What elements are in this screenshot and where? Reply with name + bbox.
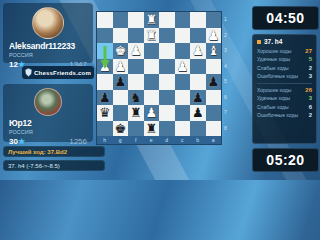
- square-g4[interactable]: ♟: [113, 59, 129, 75]
- stat-value: 2: [309, 65, 312, 71]
- square-c3[interactable]: [175, 43, 191, 59]
- move-quality-icon: [257, 40, 261, 44]
- square-h3[interactable]: [97, 43, 113, 59]
- stat-value: 3: [309, 95, 312, 101]
- white-pawn-h4[interactable]: ♟: [97, 59, 113, 75]
- square-h1[interactable]: [97, 12, 113, 28]
- board-squares: ♜♜♟♚♟♟♝♟♟♟♟♟♟♞♟♛♜♟♟♚♜: [97, 12, 221, 136]
- stat-value: 5: [309, 56, 312, 62]
- square-a6[interactable]: [206, 90, 222, 106]
- square-c8[interactable]: [175, 121, 191, 137]
- avatar-top[interactable]: [32, 7, 64, 39]
- square-a1[interactable]: [206, 12, 222, 28]
- stat-row: Ошибочные ходы2: [257, 112, 312, 118]
- square-b1[interactable]: [190, 12, 206, 28]
- player-rating-bottom: 1256: [69, 137, 87, 146]
- rank-label-8: 8: [221, 121, 230, 137]
- black-pawn-b6[interactable]: ♟: [190, 90, 206, 106]
- rank-label-5: 5: [221, 74, 230, 90]
- stat-row: Слабые ходы2: [257, 65, 312, 71]
- black-king-g8[interactable]: ♚: [113, 121, 129, 137]
- player-country-top: РОССИЯ: [9, 52, 87, 58]
- square-c7[interactable]: [175, 105, 191, 121]
- file-label-g: g: [113, 136, 129, 144]
- stats-divider: [257, 83, 312, 84]
- square-g7[interactable]: [113, 105, 129, 121]
- site-logo[interactable]: ChessFriends.com: [22, 66, 94, 79]
- avatar-bottom[interactable]: [34, 88, 62, 116]
- square-h8[interactable]: [97, 121, 113, 137]
- move-header-label: 37. h4: [264, 38, 282, 45]
- white-pawn-g4[interactable]: ♟: [113, 59, 129, 75]
- square-d8[interactable]: [159, 121, 175, 137]
- white-pawn-a2[interactable]: ♟: [206, 28, 222, 44]
- square-g8[interactable]: ♚: [113, 121, 129, 137]
- black-knight-f6[interactable]: ♞: [128, 90, 144, 106]
- white-rook-e2[interactable]: ♜: [144, 28, 160, 44]
- rank-label-3: 3: [221, 43, 230, 59]
- black-queen-h7[interactable]: ♛: [97, 105, 113, 121]
- white-pawn-f3[interactable]: ♟: [128, 43, 144, 59]
- white-king-g3[interactable]: ♚: [113, 43, 129, 59]
- square-d3[interactable]: [159, 43, 175, 59]
- rank-label-4: 4: [221, 59, 230, 75]
- square-a8[interactable]: [206, 121, 222, 137]
- stat-label: Удачные ходы: [257, 95, 290, 101]
- player-stars-bottom: 30★: [9, 137, 25, 146]
- black-pawn-g5[interactable]: ♟: [113, 74, 129, 90]
- stat-value: 27: [305, 48, 312, 54]
- stat-row: Хорошие ходы27: [257, 48, 312, 54]
- square-e7[interactable]: ♟: [144, 105, 160, 121]
- stat-row: Удачные ходы3: [257, 95, 312, 101]
- eval-box: 37. h4 (-7.56->-8.5): [3, 160, 105, 171]
- rank-label-7: 7: [221, 105, 230, 121]
- square-c6[interactable]: [175, 90, 191, 106]
- square-g2[interactable]: [113, 28, 129, 44]
- stat-label: Слабые ходы: [257, 104, 289, 110]
- stat-row: Слабые ходы6: [257, 104, 312, 110]
- square-b4[interactable]: [190, 59, 206, 75]
- clock-bottom: 05:20: [252, 148, 319, 172]
- square-g5[interactable]: ♟: [113, 74, 129, 90]
- analysis-panel: 37. h4 Хорошие ходы27Удачные ходы5Слабые…: [252, 34, 317, 144]
- stat-label: Удачные ходы: [257, 56, 290, 62]
- file-label-d: d: [159, 136, 175, 144]
- square-b2[interactable]: [190, 28, 206, 44]
- square-d1[interactable]: [159, 12, 175, 28]
- stat-label: Слабые ходы: [257, 65, 289, 71]
- black-pawn-a5[interactable]: ♟: [206, 74, 222, 90]
- square-e6[interactable]: [144, 90, 160, 106]
- square-e1[interactable]: ♜: [144, 12, 160, 28]
- white-rook-e1[interactable]: ♜: [144, 12, 160, 28]
- player-card-top: Aleksandr112233 РОССИЯ 12★ 1347: [3, 3, 93, 63]
- square-g1[interactable]: [113, 12, 129, 28]
- square-c2[interactable]: [175, 28, 191, 44]
- stats-group-top: Хорошие ходы27Удачные ходы5Слабые ходы2О…: [257, 48, 312, 80]
- square-e8[interactable]: ♜: [144, 121, 160, 137]
- rank-label-2: 2: [221, 28, 230, 44]
- stat-row: Удачные ходы5: [257, 56, 312, 62]
- file-label-b: b: [190, 136, 206, 144]
- square-a2[interactable]: ♟: [206, 28, 222, 44]
- square-a4[interactable]: [206, 59, 222, 75]
- square-c1[interactable]: [175, 12, 191, 28]
- stats-group-bottom: Хорошие ходы26Удачные ходы3Слабые ходы6О…: [257, 87, 312, 119]
- move-header: 37. h4: [257, 38, 312, 45]
- square-f7[interactable]: ♜: [128, 105, 144, 121]
- square-h5[interactable]: [97, 74, 113, 90]
- square-f4[interactable]: [128, 59, 144, 75]
- square-h7[interactable]: ♛: [97, 105, 113, 121]
- square-b7[interactable]: ♟: [190, 105, 206, 121]
- stat-value: 2: [309, 112, 312, 118]
- shield-icon: [25, 68, 32, 77]
- black-pawn-b7[interactable]: ♟: [190, 105, 206, 121]
- square-a5[interactable]: ♟: [206, 74, 222, 90]
- star-icon: ★: [18, 137, 25, 146]
- player-country-bottom: РОССИЯ: [9, 129, 87, 135]
- square-a3[interactable]: ♝: [206, 43, 222, 59]
- white-pawn-c4[interactable]: ♟: [175, 59, 191, 75]
- player-name-bottom: Юр12: [9, 118, 87, 128]
- file-label-c: c: [175, 136, 191, 144]
- square-f1[interactable]: [128, 12, 144, 28]
- rank-label-6: 6: [221, 90, 230, 106]
- square-b3[interactable]: ♟: [190, 43, 206, 59]
- white-bishop-a3[interactable]: ♝: [206, 43, 222, 59]
- square-d7[interactable]: [159, 105, 175, 121]
- white-pawn-e7[interactable]: ♟: [144, 105, 160, 121]
- site-logo-text: ChessFriends.com: [34, 70, 91, 76]
- square-c4[interactable]: ♟: [175, 59, 191, 75]
- player-card-bottom: Юр12 РОССИЯ 30★ 1256: [3, 84, 93, 142]
- square-e3[interactable]: [144, 43, 160, 59]
- file-label-a: a: [206, 136, 222, 144]
- black-rook-e8[interactable]: ♜: [144, 121, 160, 137]
- square-g3[interactable]: ♚: [113, 43, 129, 59]
- stat-label: Ошибочные ходы: [257, 73, 298, 79]
- square-a7[interactable]: [206, 105, 222, 121]
- stat-label: Хорошие ходы: [257, 87, 291, 93]
- file-label-e: e: [144, 136, 160, 144]
- stat-value: 3: [309, 73, 312, 79]
- square-f3[interactable]: ♟: [128, 43, 144, 59]
- stat-row: Хорошие ходы26: [257, 87, 312, 93]
- stat-label: Хорошие ходы: [257, 48, 291, 54]
- square-b8[interactable]: [190, 121, 206, 137]
- square-e5[interactable]: [144, 74, 160, 90]
- square-h6[interactable]: ♟: [97, 90, 113, 106]
- black-rook-f7[interactable]: ♜: [128, 105, 144, 121]
- eval-change-text: 37. h4 (-7.56->-8.5): [8, 163, 60, 169]
- player-name-top: Aleksandr112233: [9, 41, 87, 51]
- file-labels: hgfedcba: [97, 136, 221, 144]
- square-h2[interactable]: [97, 28, 113, 44]
- square-d2[interactable]: [159, 28, 175, 44]
- square-c5[interactable]: [175, 74, 191, 90]
- square-f8[interactable]: [128, 121, 144, 137]
- clock-top: 04:50: [252, 6, 319, 30]
- chess-board: ♜♜♟♚♟♟♝♟♟♟♟♟♟♞♟♛♜♟♟♚♜ 12345678 hgfedcba: [96, 11, 222, 145]
- stat-value: 26: [305, 87, 312, 93]
- square-e4[interactable]: [144, 59, 160, 75]
- file-label-h: h: [97, 136, 113, 144]
- square-h4[interactable]: ♟: [97, 59, 113, 75]
- stat-value: 6: [309, 104, 312, 110]
- square-d4[interactable]: [159, 59, 175, 75]
- square-d5[interactable]: [159, 74, 175, 90]
- square-g6[interactable]: [113, 90, 129, 106]
- rank-label-1: 1: [221, 12, 230, 28]
- stat-row: Ошибочные ходы3: [257, 73, 312, 79]
- square-d6[interactable]: [159, 90, 175, 106]
- square-f6[interactable]: ♞: [128, 90, 144, 106]
- black-pawn-h6[interactable]: ♟: [97, 90, 113, 106]
- white-pawn-b3[interactable]: ♟: [190, 43, 206, 59]
- square-f2[interactable]: [128, 28, 144, 44]
- file-label-f: f: [128, 136, 144, 144]
- best-move-box: Лучший ход: 37.Bd2: [3, 146, 105, 157]
- square-b5[interactable]: [190, 74, 206, 90]
- rank-labels: 12345678: [221, 12, 230, 136]
- stat-label: Ошибочные ходы: [257, 112, 298, 118]
- square-b6[interactable]: ♟: [190, 90, 206, 106]
- square-f5[interactable]: [128, 74, 144, 90]
- square-e2[interactable]: ♜: [144, 28, 160, 44]
- best-move-text: Лучший ход: 37.Bd2: [8, 149, 67, 155]
